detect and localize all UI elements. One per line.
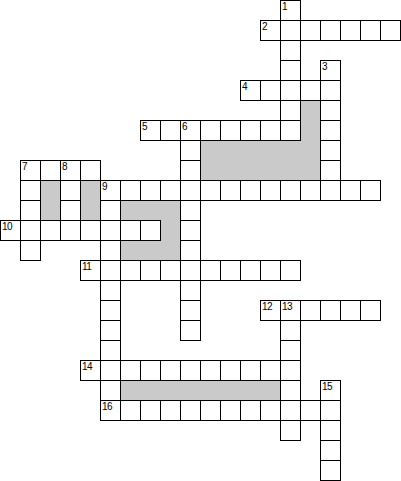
blocked-region-cell-r7c15 (300, 140, 321, 161)
crossword-cell-r15c15[interactable] (300, 300, 321, 321)
blocked-region-cell-r7c13 (260, 140, 281, 161)
clue-number-15: 15 (322, 381, 332, 392)
crossword-cell-r21c14[interactable] (280, 420, 301, 441)
crossword-cell-r20c15[interactable] (300, 400, 321, 421)
crossword-cell-r11c7[interactable] (140, 220, 161, 241)
crossword-cell-r9c5[interactable]: 9 (100, 180, 121, 201)
crossword-cell-r15c17[interactable] (340, 300, 361, 321)
crossword-cell-r17c5[interactable] (100, 340, 121, 361)
crossword-cell-r2c14[interactable] (280, 40, 301, 61)
blocked-region-cell-r10c4 (80, 200, 101, 221)
crossword-cell-r7c9[interactable] (180, 140, 201, 161)
crossword-cell-r8c16[interactable] (320, 160, 341, 181)
crossword-cell-r15c9[interactable] (180, 300, 201, 321)
crossword-cell-r13c7[interactable] (140, 260, 161, 281)
crossword-cell-r9c16[interactable] (320, 180, 341, 201)
crossword-cell-r20c7[interactable] (140, 400, 161, 421)
crossword-cell-r9c6[interactable] (120, 180, 141, 201)
clue-number-13: 13 (282, 301, 292, 312)
crossword-cell-r6c14[interactable] (280, 120, 301, 141)
blocked-region-cell-r5c15 (300, 100, 321, 121)
crossword-cell-r1c13[interactable]: 2 (260, 20, 281, 41)
crossword-cell-r16c14[interactable] (280, 320, 301, 341)
blocked-region-cell-r7c11 (220, 140, 241, 161)
crossword-cell-r20c12[interactable] (240, 400, 261, 421)
crossword-cell-r4c12[interactable]: 4 (240, 80, 261, 101)
blocked-region-cell-r19c7 (140, 380, 161, 401)
blocked-region-cell-r8c11 (220, 160, 241, 181)
clue-number-6: 6 (182, 121, 187, 132)
crossword-cell-r9c3[interactable] (60, 180, 81, 201)
crossword-cell-r15c13[interactable]: 12 (260, 300, 281, 321)
crossword-cell-r9c10[interactable] (200, 180, 221, 201)
crossword-cell-r16c9[interactable] (180, 320, 201, 341)
blocked-region-cell-r8c15 (300, 160, 321, 181)
crossword-cell-r15c14[interactable]: 13 (280, 300, 301, 321)
crossword-cell-r20c16[interactable] (320, 400, 341, 421)
crossword-cell-r14c5[interactable] (100, 280, 121, 301)
crossword-cell-r11c3[interactable] (60, 220, 81, 241)
crossword-cell-r1c15[interactable] (300, 20, 321, 41)
crossword-cell-r13c6[interactable] (120, 260, 141, 281)
crossword-cell-r18c8[interactable] (160, 360, 181, 381)
clue-number-12: 12 (262, 301, 272, 312)
crossword-cell-r13c9[interactable] (180, 260, 201, 281)
crossword-cell-r15c18[interactable] (360, 300, 381, 321)
crossword-cell-r18c12[interactable] (240, 360, 261, 381)
crossword-cell-r18c13[interactable] (260, 360, 281, 381)
crossword-cell-r7c16[interactable] (320, 140, 341, 161)
blocked-region-cell-r19c10 (200, 380, 221, 401)
crossword-cell-r20c14[interactable] (280, 400, 301, 421)
crossword-cell-r6c9[interactable]: 6 (180, 120, 201, 141)
crossword-cell-r9c8[interactable] (160, 180, 181, 201)
crossword-grid: 12345678910111213141516 (0, 0, 401, 481)
clue-number-3: 3 (322, 61, 327, 72)
crossword-cell-r20c6[interactable] (120, 400, 141, 421)
clue-number-16: 16 (102, 401, 112, 412)
crossword-cell-r14c9[interactable] (180, 280, 201, 301)
crossword-cell-r1c19[interactable] (380, 20, 401, 41)
crossword-cell-r8c3[interactable]: 8 (60, 160, 81, 181)
crossword-cell-r9c1[interactable] (20, 180, 41, 201)
blocked-region-cell-r19c12 (240, 380, 261, 401)
clue-number-11: 11 (82, 261, 91, 272)
crossword-cell-r13c4[interactable]: 11 (80, 260, 101, 281)
blocked-region-cell-r8c12 (240, 160, 261, 181)
clue-number-9: 9 (102, 181, 107, 192)
crossword-cell-r10c3[interactable] (60, 200, 81, 221)
crossword-cell-r8c1[interactable]: 7 (20, 160, 41, 181)
crossword-cell-r11c6[interactable] (120, 220, 141, 241)
crossword-cell-r18c7[interactable] (140, 360, 161, 381)
clue-number-5: 5 (142, 121, 147, 132)
crossword-cell-r11c9[interactable] (180, 220, 201, 241)
crossword-cell-r5c14[interactable] (280, 100, 301, 121)
crossword-cell-r18c6[interactable] (120, 360, 141, 381)
crossword-cell-r15c16[interactable] (320, 300, 341, 321)
crossword-cell-r1c17[interactable] (340, 20, 361, 41)
crossword-cell-r9c18[interactable] (360, 180, 381, 201)
crossword-cell-r9c9[interactable] (180, 180, 201, 201)
crossword-cell-r13c10[interactable] (200, 260, 221, 281)
blocked-region-cell-r10c7 (140, 200, 161, 221)
crossword-cell-r0c14[interactable]: 1 (280, 0, 301, 21)
crossword-cell-r4c13[interactable] (260, 80, 281, 101)
clue-number-14: 14 (82, 361, 92, 372)
crossword-cell-r9c17[interactable] (340, 180, 361, 201)
crossword-cell-r1c14[interactable] (280, 20, 301, 41)
blocked-region-cell-r19c11 (220, 380, 241, 401)
crossword-cell-r6c8[interactable] (160, 120, 181, 141)
blocked-region-cell-r10c6 (120, 200, 141, 221)
crossword-cell-r9c14[interactable] (280, 180, 301, 201)
crossword-cell-r12c5[interactable] (100, 240, 121, 261)
crossword-cell-r20c5[interactable]: 16 (100, 400, 121, 421)
clue-number-7: 7 (22, 161, 27, 172)
blocked-region-cell-r7c10 (200, 140, 221, 161)
crossword-cell-r11c4[interactable] (80, 220, 101, 241)
crossword-cell-r11c5[interactable] (100, 220, 121, 241)
blocked-region-cell-r7c12 (240, 140, 261, 161)
crossword-cell-r6c16[interactable] (320, 120, 341, 141)
crossword-cell-r8c4[interactable] (80, 160, 101, 181)
blocked-region-cell-r19c13 (260, 380, 281, 401)
crossword-cell-r1c18[interactable] (360, 20, 381, 41)
crossword-cell-r6c7[interactable]: 5 (140, 120, 161, 141)
crossword-cell-r10c5[interactable] (100, 200, 121, 221)
crossword-cell-r4c16[interactable] (320, 80, 341, 101)
clue-number-8: 8 (62, 161, 67, 172)
crossword-cell-r18c14[interactable] (280, 360, 301, 381)
clue-number-2: 2 (262, 21, 267, 32)
crossword-cell-r20c11[interactable] (220, 400, 241, 421)
crossword-cell-r18c9[interactable] (180, 360, 201, 381)
crossword-cell-r9c12[interactable] (240, 180, 261, 201)
crossword-cell-r6c10[interactable] (200, 120, 221, 141)
crossword-cell-r6c13[interactable] (260, 120, 281, 141)
crossword-cell-r16c5[interactable] (100, 320, 121, 341)
blocked-region-cell-r12c8 (160, 240, 181, 261)
crossword-cell-r15c5[interactable] (100, 300, 121, 321)
crossword-cell-r19c14[interactable] (280, 380, 301, 401)
blocked-region-cell-r11c8 (160, 220, 181, 241)
crossword-cell-r12c9[interactable] (180, 240, 201, 261)
crossword-cell-r18c10[interactable] (200, 360, 221, 381)
blocked-region-cell-r10c2 (40, 200, 61, 221)
crossword-cell-r11c1[interactable] (20, 220, 41, 241)
crossword-cell-r4c15[interactable] (300, 80, 321, 101)
crossword-cell-r13c12[interactable] (240, 260, 261, 281)
crossword-cell-r19c5[interactable] (100, 380, 121, 401)
clue-number-10: 10 (2, 221, 12, 232)
crossword-cell-r9c7[interactable] (140, 180, 161, 201)
crossword-cell-r10c1[interactable] (20, 200, 41, 221)
crossword-cell-r11c2[interactable] (40, 220, 61, 241)
crossword-cell-r22c16[interactable] (320, 440, 341, 461)
blocked-region-cell-r9c4 (80, 180, 101, 201)
crossword-cell-r3c16[interactable]: 3 (320, 60, 341, 81)
crossword-cell-r20c13[interactable] (260, 400, 281, 421)
crossword-cell-r20c8[interactable] (160, 400, 181, 421)
crossword-cell-r18c5[interactable] (100, 360, 121, 381)
crossword-cell-r20c9[interactable] (180, 400, 201, 421)
blocked-region-cell-r7c14 (280, 140, 301, 161)
crossword-cell-r13c13[interactable] (260, 260, 281, 281)
crossword-cell-r9c13[interactable] (260, 180, 281, 201)
crossword-cell-r6c12[interactable] (240, 120, 261, 141)
crossword-cell-r13c11[interactable] (220, 260, 241, 281)
crossword-cell-r8c9[interactable] (180, 160, 201, 181)
blocked-region-cell-r8c14 (280, 160, 301, 181)
crossword-cell-r5c16[interactable] (320, 100, 341, 121)
blocked-region-cell-r6c15 (300, 120, 321, 141)
crossword-cell-r10c9[interactable] (180, 200, 201, 221)
blocked-region-cell-r10c8 (160, 200, 181, 221)
crossword-cell-r12c1[interactable] (20, 240, 41, 261)
crossword-cell-r3c14[interactable] (280, 60, 301, 81)
crossword-cell-r1c16[interactable] (320, 20, 341, 41)
crossword-cell-r18c11[interactable] (220, 360, 241, 381)
blocked-region-cell-r19c8 (160, 380, 181, 401)
crossword-cell-r13c14[interactable] (280, 260, 301, 281)
crossword-cell-r13c5[interactable] (100, 260, 121, 281)
blocked-region-cell-r8c10 (200, 160, 221, 181)
blocked-region-cell-r9c2 (40, 180, 61, 201)
blocked-region-cell-r19c9 (180, 380, 201, 401)
crossword-cell-r18c4[interactable]: 14 (80, 360, 101, 381)
crossword-cell-r19c16[interactable]: 15 (320, 380, 341, 401)
crossword-cell-r8c2[interactable] (40, 160, 61, 181)
blocked-region-cell-r8c13 (260, 160, 281, 181)
crossword-cell-r20c10[interactable] (200, 400, 221, 421)
blocked-region-cell-r12c6 (120, 240, 141, 261)
crossword-cell-r4c14[interactable] (280, 80, 301, 101)
crossword-cell-r9c15[interactable] (300, 180, 321, 201)
crossword-cell-r13c8[interactable] (160, 260, 181, 281)
crossword-cell-r6c11[interactable] (220, 120, 241, 141)
crossword-cell-r17c14[interactable] (280, 340, 301, 361)
crossword-cell-r9c11[interactable] (220, 180, 241, 201)
blocked-region-cell-r12c7 (140, 240, 161, 261)
crossword-cell-r11c0[interactable]: 10 (0, 220, 21, 241)
blocked-region-cell-r19c6 (120, 380, 141, 401)
crossword-cell-r23c16[interactable] (320, 460, 341, 481)
clue-number-4: 4 (242, 81, 247, 92)
crossword-cell-r21c16[interactable] (320, 420, 341, 441)
clue-number-1: 1 (282, 1, 287, 12)
